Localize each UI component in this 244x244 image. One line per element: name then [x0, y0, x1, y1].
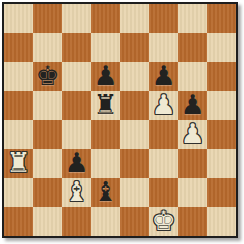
square-d4[interactable] — [91, 120, 120, 149]
square-a1[interactable] — [4, 207, 33, 236]
square-h3[interactable] — [207, 149, 236, 178]
square-f3[interactable] — [149, 149, 178, 178]
square-c6[interactable] — [62, 62, 91, 91]
square-b1[interactable] — [33, 207, 62, 236]
black-pawn[interactable]: ♟ — [93, 62, 117, 90]
chess-diagram: ♚♟♟♜♟♟♟♜♟♝♝♚ — [0, 0, 244, 244]
square-c4[interactable] — [62, 120, 91, 149]
square-g8[interactable] — [178, 4, 207, 33]
square-c3[interactable]: ♟ — [62, 149, 91, 178]
square-d1[interactable] — [91, 207, 120, 236]
square-c2[interactable]: ♝ — [62, 178, 91, 207]
white-bishop[interactable]: ♝ — [64, 178, 88, 206]
black-pawn[interactable]: ♟ — [151, 62, 175, 90]
square-d5[interactable]: ♜ — [91, 91, 120, 120]
square-a7[interactable] — [4, 33, 33, 62]
chess-board: ♚♟♟♜♟♟♟♜♟♝♝♚ — [4, 4, 236, 236]
square-c8[interactable] — [62, 4, 91, 33]
square-a5[interactable] — [4, 91, 33, 120]
square-b3[interactable] — [33, 149, 62, 178]
square-b2[interactable] — [33, 178, 62, 207]
black-pawn[interactable]: ♟ — [180, 91, 204, 119]
square-a8[interactable] — [4, 4, 33, 33]
square-f1[interactable]: ♚ — [149, 207, 178, 236]
white-rook[interactable]: ♜ — [6, 149, 30, 177]
black-bishop[interactable]: ♝ — [93, 178, 117, 206]
black-rook[interactable]: ♜ — [93, 91, 117, 119]
square-e6[interactable] — [120, 62, 149, 91]
square-g2[interactable] — [178, 178, 207, 207]
board-frame: ♚♟♟♜♟♟♟♜♟♝♝♚ — [2, 2, 238, 238]
square-b7[interactable] — [33, 33, 62, 62]
black-pawn[interactable]: ♟ — [64, 149, 88, 177]
square-a2[interactable] — [4, 178, 33, 207]
square-a6[interactable] — [4, 62, 33, 91]
square-c7[interactable] — [62, 33, 91, 62]
square-h5[interactable] — [207, 91, 236, 120]
square-h2[interactable] — [207, 178, 236, 207]
square-h4[interactable] — [207, 120, 236, 149]
square-b5[interactable] — [33, 91, 62, 120]
square-g1[interactable] — [178, 207, 207, 236]
square-a4[interactable] — [4, 120, 33, 149]
square-d7[interactable] — [91, 33, 120, 62]
square-d8[interactable] — [91, 4, 120, 33]
square-b6[interactable]: ♚ — [33, 62, 62, 91]
square-g3[interactable] — [178, 149, 207, 178]
square-e4[interactable] — [120, 120, 149, 149]
black-king[interactable]: ♚ — [35, 62, 59, 90]
square-e3[interactable] — [120, 149, 149, 178]
square-g6[interactable] — [178, 62, 207, 91]
square-c1[interactable] — [62, 207, 91, 236]
square-c5[interactable] — [62, 91, 91, 120]
square-b4[interactable] — [33, 120, 62, 149]
square-e2[interactable] — [120, 178, 149, 207]
square-e1[interactable] — [120, 207, 149, 236]
square-d2[interactable]: ♝ — [91, 178, 120, 207]
square-f5[interactable]: ♟ — [149, 91, 178, 120]
square-d6[interactable]: ♟ — [91, 62, 120, 91]
square-b8[interactable] — [33, 4, 62, 33]
square-g5[interactable]: ♟ — [178, 91, 207, 120]
square-f4[interactable] — [149, 120, 178, 149]
square-e8[interactable] — [120, 4, 149, 33]
square-g4[interactable]: ♟ — [178, 120, 207, 149]
square-f8[interactable] — [149, 4, 178, 33]
square-f7[interactable] — [149, 33, 178, 62]
square-f6[interactable]: ♟ — [149, 62, 178, 91]
white-king[interactable]: ♚ — [151, 207, 175, 235]
square-a3[interactable]: ♜ — [4, 149, 33, 178]
square-d3[interactable] — [91, 149, 120, 178]
square-g7[interactable] — [178, 33, 207, 62]
white-pawn[interactable]: ♟ — [180, 120, 204, 148]
square-h1[interactable] — [207, 207, 236, 236]
square-e7[interactable] — [120, 33, 149, 62]
white-pawn[interactable]: ♟ — [151, 91, 175, 119]
square-f2[interactable] — [149, 178, 178, 207]
square-h7[interactable] — [207, 33, 236, 62]
square-e5[interactable] — [120, 91, 149, 120]
square-h8[interactable] — [207, 4, 236, 33]
square-h6[interactable] — [207, 62, 236, 91]
